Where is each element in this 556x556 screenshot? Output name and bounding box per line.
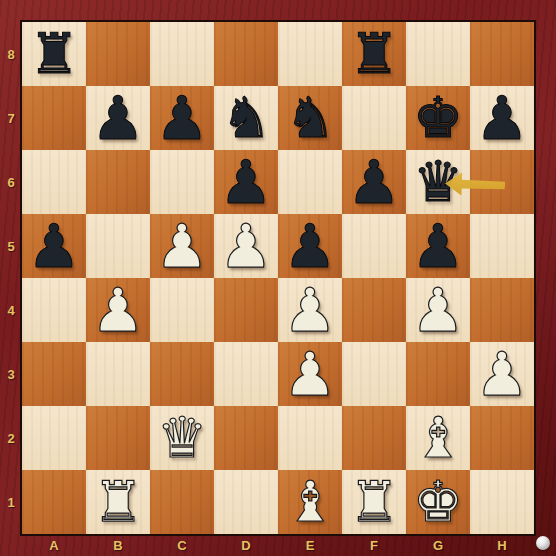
square-f6[interactable]: ♟ bbox=[342, 150, 406, 214]
file-label-c: C bbox=[150, 534, 214, 556]
square-a6[interactable] bbox=[22, 150, 86, 214]
piece-black-rook-f8[interactable]: ♜ bbox=[342, 22, 406, 86]
rank-label-2: 2 bbox=[0, 406, 22, 470]
piece-white-pawn-b4[interactable]: ♟ bbox=[86, 278, 150, 342]
square-c6[interactable] bbox=[150, 150, 214, 214]
square-e1[interactable]: ♝ bbox=[278, 470, 342, 534]
square-h7[interactable]: ♟ bbox=[470, 86, 534, 150]
square-a2[interactable] bbox=[22, 406, 86, 470]
rank-label-1: 1 bbox=[0, 470, 22, 534]
square-d1[interactable] bbox=[214, 470, 278, 534]
piece-white-pawn-e3[interactable]: ♟ bbox=[278, 342, 342, 406]
square-f4[interactable] bbox=[342, 278, 406, 342]
square-e3[interactable]: ♟ bbox=[278, 342, 342, 406]
rank-label-7: 7 bbox=[0, 86, 22, 150]
square-c2[interactable]: ♛ bbox=[150, 406, 214, 470]
piece-black-pawn-b7[interactable]: ♟ bbox=[86, 86, 150, 150]
square-g3[interactable] bbox=[406, 342, 470, 406]
square-c5[interactable]: ♟ bbox=[150, 214, 214, 278]
piece-white-king-g1[interactable]: ♚ bbox=[406, 470, 470, 534]
square-b5[interactable] bbox=[86, 214, 150, 278]
square-e8[interactable] bbox=[278, 22, 342, 86]
square-b7[interactable]: ♟ bbox=[86, 86, 150, 150]
piece-white-queen-c2[interactable]: ♛ bbox=[150, 406, 214, 470]
square-c4[interactable] bbox=[150, 278, 214, 342]
square-d2[interactable] bbox=[214, 406, 278, 470]
piece-black-pawn-a5[interactable]: ♟ bbox=[22, 214, 86, 278]
square-e7[interactable]: ♞ bbox=[278, 86, 342, 150]
rank-label-4: 4 bbox=[0, 278, 22, 342]
square-e4[interactable]: ♟ bbox=[278, 278, 342, 342]
square-g1[interactable]: ♚ bbox=[406, 470, 470, 534]
square-a7[interactable] bbox=[22, 86, 86, 150]
file-label-b: B bbox=[86, 534, 150, 556]
square-d5[interactable]: ♟ bbox=[214, 214, 278, 278]
square-d7[interactable]: ♞ bbox=[214, 86, 278, 150]
chess-board: ♜♜♟♟♞♞♚♟♟♟♛♟♟♟♟♟♟♟♟♟♟♛♝♜♝♜♚ bbox=[22, 22, 534, 534]
piece-white-pawn-g4[interactable]: ♟ bbox=[406, 278, 470, 342]
file-label-e: E bbox=[278, 534, 342, 556]
white-to-move-indicator-icon bbox=[536, 536, 550, 550]
square-e6[interactable] bbox=[278, 150, 342, 214]
square-a4[interactable] bbox=[22, 278, 86, 342]
piece-black-knight-e7[interactable]: ♞ bbox=[278, 86, 342, 150]
chessboard-frame: 87654321 ABCDEFGH ♜♜♟♟♞♞♚♟♟♟♛♟♟♟♟♟♟♟♟♟♟♛… bbox=[0, 0, 556, 556]
piece-black-king-g7[interactable]: ♚ bbox=[406, 86, 470, 150]
piece-white-pawn-e4[interactable]: ♟ bbox=[278, 278, 342, 342]
file-label-a: A bbox=[22, 534, 86, 556]
square-c8[interactable] bbox=[150, 22, 214, 86]
piece-white-rook-b1[interactable]: ♜ bbox=[86, 470, 150, 534]
square-f1[interactable]: ♜ bbox=[342, 470, 406, 534]
square-b1[interactable]: ♜ bbox=[86, 470, 150, 534]
square-b3[interactable] bbox=[86, 342, 150, 406]
square-g4[interactable]: ♟ bbox=[406, 278, 470, 342]
rank-label-3: 3 bbox=[0, 342, 22, 406]
piece-black-knight-d7[interactable]: ♞ bbox=[214, 86, 278, 150]
square-b8[interactable] bbox=[86, 22, 150, 86]
piece-black-pawn-e5[interactable]: ♟ bbox=[278, 214, 342, 278]
square-e5[interactable]: ♟ bbox=[278, 214, 342, 278]
square-a3[interactable] bbox=[22, 342, 86, 406]
square-b2[interactable] bbox=[86, 406, 150, 470]
piece-black-pawn-c7[interactable]: ♟ bbox=[150, 86, 214, 150]
square-a8[interactable]: ♜ bbox=[22, 22, 86, 86]
square-d6[interactable]: ♟ bbox=[214, 150, 278, 214]
square-g8[interactable] bbox=[406, 22, 470, 86]
square-g7[interactable]: ♚ bbox=[406, 86, 470, 150]
file-label-d: D bbox=[214, 534, 278, 556]
square-h3[interactable]: ♟ bbox=[470, 342, 534, 406]
square-g5[interactable]: ♟ bbox=[406, 214, 470, 278]
square-b4[interactable]: ♟ bbox=[86, 278, 150, 342]
file-label-g: G bbox=[406, 534, 470, 556]
square-a1[interactable] bbox=[22, 470, 86, 534]
square-d4[interactable] bbox=[214, 278, 278, 342]
piece-black-pawn-d6[interactable]: ♟ bbox=[214, 150, 278, 214]
square-f2[interactable] bbox=[342, 406, 406, 470]
piece-white-pawn-h3[interactable]: ♟ bbox=[470, 342, 534, 406]
square-d3[interactable] bbox=[214, 342, 278, 406]
square-f8[interactable]: ♜ bbox=[342, 22, 406, 86]
square-e2[interactable] bbox=[278, 406, 342, 470]
piece-white-rook-f1[interactable]: ♜ bbox=[342, 470, 406, 534]
piece-white-pawn-d5[interactable]: ♟ bbox=[214, 214, 278, 278]
square-h4[interactable] bbox=[470, 278, 534, 342]
square-c7[interactable]: ♟ bbox=[150, 86, 214, 150]
piece-black-pawn-h7[interactable]: ♟ bbox=[470, 86, 534, 150]
square-f7[interactable] bbox=[342, 86, 406, 150]
piece-black-pawn-g5[interactable]: ♟ bbox=[406, 214, 470, 278]
square-h2[interactable] bbox=[470, 406, 534, 470]
square-g2[interactable]: ♝ bbox=[406, 406, 470, 470]
file-label-h: H bbox=[470, 534, 534, 556]
file-labels: ABCDEFGH bbox=[22, 534, 534, 556]
square-h1[interactable] bbox=[470, 470, 534, 534]
piece-white-pawn-c5[interactable]: ♟ bbox=[150, 214, 214, 278]
square-c3[interactable] bbox=[150, 342, 214, 406]
rank-label-8: 8 bbox=[0, 22, 22, 86]
square-h5[interactable] bbox=[470, 214, 534, 278]
piece-white-bishop-g2[interactable]: ♝ bbox=[406, 406, 470, 470]
square-c1[interactable] bbox=[150, 470, 214, 534]
square-f3[interactable] bbox=[342, 342, 406, 406]
square-d8[interactable] bbox=[214, 22, 278, 86]
piece-black-pawn-f6[interactable]: ♟ bbox=[342, 150, 406, 214]
piece-black-rook-a8[interactable]: ♜ bbox=[22, 22, 86, 86]
rank-labels: 87654321 bbox=[0, 22, 22, 534]
square-a5[interactable]: ♟ bbox=[22, 214, 86, 278]
square-f5[interactable] bbox=[342, 214, 406, 278]
file-label-f: F bbox=[342, 534, 406, 556]
square-h8[interactable] bbox=[470, 22, 534, 86]
piece-white-bishop-e1[interactable]: ♝ bbox=[278, 470, 342, 534]
rank-label-5: 5 bbox=[0, 214, 22, 278]
square-b6[interactable] bbox=[86, 150, 150, 214]
rank-label-6: 6 bbox=[0, 150, 22, 214]
